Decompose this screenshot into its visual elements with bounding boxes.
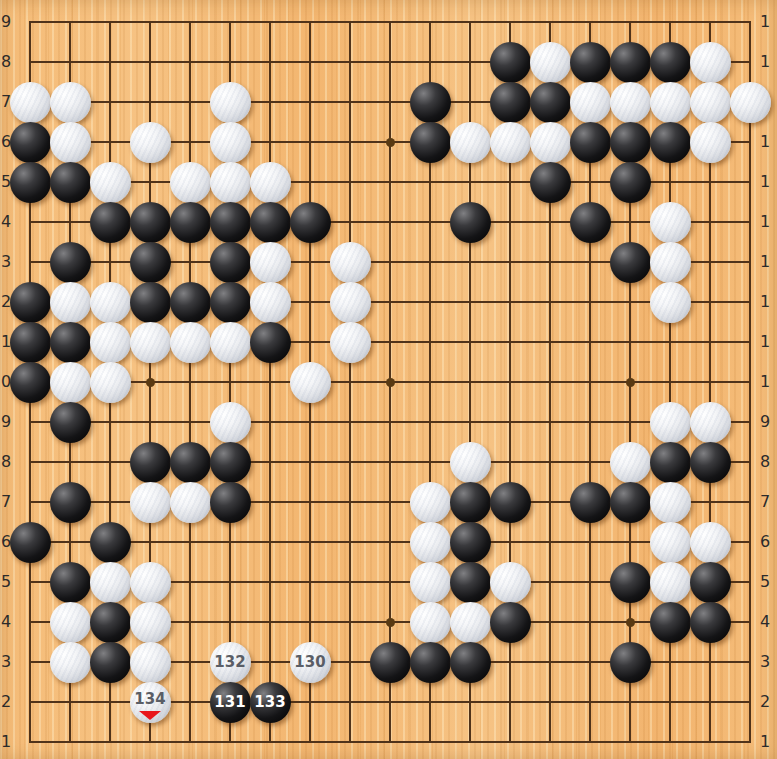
star-point: [626, 378, 635, 387]
row-label-left: 2: [1, 692, 21, 712]
black-stone: [250, 322, 291, 363]
star-point: [386, 138, 395, 147]
white-stone: [90, 162, 131, 203]
white-stone: [450, 602, 491, 643]
white-stone: [570, 82, 611, 123]
row-label-right: 1: [760, 252, 777, 272]
row-label-left: 8: [1, 452, 21, 472]
white-stone: [130, 642, 171, 683]
white-stone: [650, 242, 691, 283]
white-stone: [450, 122, 491, 163]
white-stone: [330, 282, 371, 323]
white-stone: [410, 602, 451, 643]
white-stone: [330, 322, 371, 363]
black-stone: [90, 522, 131, 563]
grid-horizontal-line: [29, 741, 751, 743]
row-label-right: 7: [760, 492, 777, 512]
row-label-right: 9: [760, 412, 777, 432]
row-label-right: 2: [760, 692, 777, 712]
row-label-left: 3: [1, 252, 21, 272]
black-stone: [650, 602, 691, 643]
row-label-right: 1: [760, 12, 777, 32]
row-label-right: 1: [760, 372, 777, 392]
white-stone: [690, 42, 731, 83]
white-stone: [290, 362, 331, 403]
black-stone: [570, 482, 611, 523]
white-stone: [610, 82, 651, 123]
white-stone: [210, 402, 251, 443]
white-stone: [130, 562, 171, 603]
black-stone: [250, 202, 291, 243]
black-stone: [130, 242, 171, 283]
white-stone: [410, 482, 451, 523]
black-stone: [570, 202, 611, 243]
white-stone: [50, 602, 91, 643]
black-stone: [10, 162, 51, 203]
star-point: [386, 378, 395, 387]
black-stone: [130, 282, 171, 323]
black-stone: [170, 202, 211, 243]
black-stone: [650, 42, 691, 83]
grid-vertical-line: [749, 21, 751, 743]
black-stone: [610, 562, 651, 603]
black-stone: [610, 482, 651, 523]
white-stone: [50, 362, 91, 403]
black-stone: [650, 442, 691, 483]
white-stone: [650, 202, 691, 243]
row-label-left: 1: [1, 732, 21, 752]
black-stone: [610, 42, 651, 83]
last-move-triangle-icon: [139, 711, 161, 720]
white-stone: [250, 162, 291, 203]
white-stone: [690, 122, 731, 163]
black-stone: [490, 82, 531, 123]
white-stone: [170, 482, 211, 523]
row-label-right: 1: [760, 52, 777, 72]
row-label-right: 8: [760, 452, 777, 472]
black-stone: [570, 42, 611, 83]
white-stone: [650, 402, 691, 443]
row-label-left: 4: [1, 212, 21, 232]
row-label-right: 1: [760, 732, 777, 752]
black-stone: [490, 602, 531, 643]
black-stone: [450, 522, 491, 563]
white-stone: [530, 42, 571, 83]
black-stone: [410, 642, 451, 683]
black-stone: [170, 442, 211, 483]
white-stone: [530, 122, 571, 163]
white-stone: [650, 482, 691, 523]
black-stone: [50, 242, 91, 283]
row-label-right: 3: [760, 652, 777, 672]
black-stone: [610, 242, 651, 283]
grid-horizontal-line: [29, 541, 751, 543]
black-stone: [450, 642, 491, 683]
star-point: [386, 618, 395, 627]
white-stone: [50, 642, 91, 683]
row-label-left: 4: [1, 612, 21, 632]
white-stone: [210, 162, 251, 203]
white-stone: [650, 562, 691, 603]
go-board[interactable]: 9181716151413121110199887766554433221113…: [0, 0, 777, 759]
black-stone: [50, 562, 91, 603]
black-stone: [210, 482, 251, 523]
numbered-stone-130: 130: [290, 642, 331, 683]
black-stone: [210, 242, 251, 283]
white-stone: [170, 162, 211, 203]
black-stone: [410, 122, 451, 163]
white-stone: [10, 82, 51, 123]
black-stone: [490, 42, 531, 83]
white-stone: [90, 322, 131, 363]
white-stone: [410, 522, 451, 563]
numbered-stone-131: 131: [210, 682, 251, 723]
white-stone: [650, 282, 691, 323]
black-stone: [530, 82, 571, 123]
black-stone: [50, 482, 91, 523]
black-stone: [490, 482, 531, 523]
row-label-right: 6: [760, 532, 777, 552]
white-stone: [90, 562, 131, 603]
black-stone: [130, 202, 171, 243]
row-label-left: 9: [1, 412, 21, 432]
white-stone: [50, 282, 91, 323]
row-label-right: 4: [760, 612, 777, 632]
white-stone: [490, 562, 531, 603]
white-stone: [650, 522, 691, 563]
black-stone: [290, 202, 331, 243]
black-stone: [650, 122, 691, 163]
black-stone: [50, 162, 91, 203]
numbered-stone-133: 133: [250, 682, 291, 723]
white-stone: [490, 122, 531, 163]
white-stone: [210, 82, 251, 123]
white-stone: [690, 82, 731, 123]
white-stone: [250, 242, 291, 283]
black-stone: [10, 122, 51, 163]
black-stone: [50, 322, 91, 363]
black-stone: [610, 162, 651, 203]
black-stone: [90, 202, 131, 243]
white-stone: [170, 322, 211, 363]
row-label-right: 1: [760, 212, 777, 232]
row-label-left: 8: [1, 52, 21, 72]
black-stone: [10, 322, 51, 363]
white-stone: [210, 322, 251, 363]
row-label-left: 7: [1, 492, 21, 512]
numbered-stone-132: 132: [210, 642, 251, 683]
row-label-right: 1: [760, 332, 777, 352]
white-stone: [690, 402, 731, 443]
black-stone: [10, 282, 51, 323]
move-number: 131: [210, 693, 251, 711]
move-number: 132: [210, 653, 251, 671]
star-point: [626, 618, 635, 627]
star-point: [146, 378, 155, 387]
black-stone: [210, 202, 251, 243]
black-stone: [90, 602, 131, 643]
black-stone: [610, 122, 651, 163]
move-number: 130: [290, 653, 331, 671]
white-stone: [130, 322, 171, 363]
black-stone: [450, 202, 491, 243]
white-stone: [650, 82, 691, 123]
row-label-left: 5: [1, 572, 21, 592]
white-stone: [90, 362, 131, 403]
black-stone: [170, 282, 211, 323]
white-stone: [50, 82, 91, 123]
black-stone: [690, 442, 731, 483]
white-stone: [450, 442, 491, 483]
white-stone: [210, 122, 251, 163]
white-stone: [250, 282, 291, 323]
black-stone: [450, 482, 491, 523]
black-stone: [10, 522, 51, 563]
white-stone: [130, 482, 171, 523]
row-label-left: 9: [1, 12, 21, 32]
black-stone: [130, 442, 171, 483]
row-label-left: 3: [1, 652, 21, 672]
move-number: 133: [250, 693, 291, 711]
black-stone: [450, 562, 491, 603]
black-stone: [690, 602, 731, 643]
black-stone: [10, 362, 51, 403]
white-stone: [330, 242, 371, 283]
white-stone: [50, 122, 91, 163]
black-stone: [690, 562, 731, 603]
black-stone: [570, 122, 611, 163]
black-stone: [370, 642, 411, 683]
white-stone: [130, 122, 171, 163]
white-stone: [90, 282, 131, 323]
black-stone: [90, 642, 131, 683]
row-label-right: 1: [760, 172, 777, 192]
row-label-right: 1: [760, 292, 777, 312]
white-stone: [130, 602, 171, 643]
black-stone: [50, 402, 91, 443]
black-stone: [210, 282, 251, 323]
row-label-right: 1: [760, 132, 777, 152]
black-stone: [610, 642, 651, 683]
row-label-right: 5: [760, 572, 777, 592]
black-stone: [410, 82, 451, 123]
last-move-stone: 134: [130, 682, 171, 723]
black-stone: [530, 162, 571, 203]
move-number: 134: [130, 690, 171, 708]
black-stone: [210, 442, 251, 483]
white-stone: [610, 442, 651, 483]
white-stone: [690, 522, 731, 563]
grid-horizontal-line: [29, 421, 751, 423]
white-stone: [730, 82, 771, 123]
white-stone: [410, 562, 451, 603]
